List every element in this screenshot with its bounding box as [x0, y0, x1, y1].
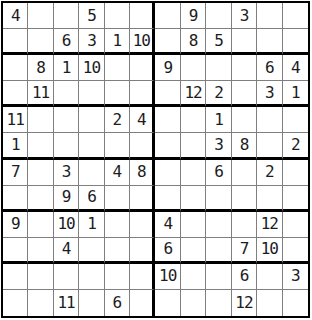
cell-r5c3-empty[interactable]	[54, 107, 79, 133]
cell-r8c4-given[interactable]: 6	[79, 186, 104, 212]
cell-r11c2-empty[interactable]	[28, 264, 53, 290]
cell-r12c5-given[interactable]: 6	[105, 290, 130, 316]
cell-r4c3-empty[interactable]	[54, 81, 79, 107]
cell-r8c12-empty[interactable]	[283, 186, 308, 212]
cell-r3c12-given[interactable]: 4	[283, 55, 308, 81]
cell-r6c8-empty[interactable]	[181, 133, 206, 159]
cell-r8c11-empty[interactable]	[257, 186, 282, 212]
cell-r3c7-given[interactable]: 9	[155, 55, 180, 81]
cell-r4c11-given[interactable]: 3	[257, 81, 282, 107]
cell-r6c4-empty[interactable]	[79, 133, 104, 159]
cell-r7c3-given[interactable]: 3	[54, 160, 79, 186]
cell-r6c9-given[interactable]: 3	[206, 133, 231, 159]
cell-r9c2-empty[interactable]	[28, 212, 53, 238]
cell-r1c9-empty[interactable]	[206, 3, 231, 29]
cell-r9c10-empty[interactable]	[232, 212, 257, 238]
cell-r10c9-empty[interactable]	[206, 238, 231, 264]
cell-r3c6-empty[interactable]	[130, 55, 155, 81]
cell-r6c3-empty[interactable]	[54, 133, 79, 159]
cell-r4c12-given[interactable]: 1	[283, 81, 308, 107]
cell-r6c7-empty[interactable]	[155, 133, 180, 159]
cell-r2c5-given[interactable]: 1	[105, 29, 130, 55]
cell-r10c12-empty[interactable]	[283, 238, 308, 264]
cell-r3c1-empty[interactable]	[3, 55, 28, 81]
cell-r9c7-given[interactable]: 4	[155, 212, 180, 238]
cell-r12c9-empty[interactable]	[206, 290, 231, 316]
cell-r12c7-empty[interactable]	[155, 290, 180, 316]
cell-r2c7-empty[interactable]	[155, 29, 180, 55]
cell-r9c11-given[interactable]: 12	[257, 212, 282, 238]
cell-r5c12-empty[interactable]	[283, 107, 308, 133]
cell-r4c2-given[interactable]: 11	[28, 81, 53, 107]
cell-r10c3-given[interactable]: 4	[54, 238, 79, 264]
cell-r8c8-empty[interactable]	[181, 186, 206, 212]
cell-r11c4-empty[interactable]	[79, 264, 104, 290]
cell-r5c4-empty[interactable]	[79, 107, 104, 133]
cell-r9c8-empty[interactable]	[181, 212, 206, 238]
cell-r12c1-empty[interactable]	[3, 290, 28, 316]
cell-r12c11-empty[interactable]	[257, 290, 282, 316]
cell-r12c3-given[interactable]: 11	[54, 290, 79, 316]
cell-r11c3-empty[interactable]	[54, 264, 79, 290]
cell-r11c1-empty[interactable]	[3, 264, 28, 290]
cell-r11c8-empty[interactable]	[181, 264, 206, 290]
cell-r7c9-given[interactable]: 6	[206, 160, 231, 186]
cell-r10c4-empty[interactable]	[79, 238, 104, 264]
cell-r9c12-empty[interactable]	[283, 212, 308, 238]
cell-r1c2-empty[interactable]	[28, 3, 53, 29]
cell-r7c2-empty[interactable]	[28, 160, 53, 186]
cell-r7c12-empty[interactable]	[283, 160, 308, 186]
cell-r10c1-empty[interactable]	[3, 238, 28, 264]
cell-r3c10-empty[interactable]	[232, 55, 257, 81]
cell-r7c8-empty[interactable]	[181, 160, 206, 186]
cell-r1c7-empty[interactable]	[155, 3, 180, 29]
cell-r5c9-given[interactable]: 1	[206, 107, 231, 133]
cell-r8c10-empty[interactable]	[232, 186, 257, 212]
cell-r4c4-empty[interactable]	[79, 81, 104, 107]
cell-r3c4-given[interactable]: 10	[79, 55, 104, 81]
cell-r9c5-empty[interactable]	[105, 212, 130, 238]
cell-r6c2-empty[interactable]	[28, 133, 53, 159]
cell-r8c2-empty[interactable]	[28, 186, 53, 212]
cell-r5c11-empty[interactable]	[257, 107, 282, 133]
cell-r11c5-empty[interactable]	[105, 264, 130, 290]
cell-r7c4-empty[interactable]	[79, 160, 104, 186]
cell-r11c6-empty[interactable]	[130, 264, 155, 290]
cell-r6c6-empty[interactable]	[130, 133, 155, 159]
cell-r4c6-empty[interactable]	[130, 81, 155, 107]
cell-r2c6-given[interactable]: 10	[130, 29, 155, 55]
cell-r9c3-given[interactable]: 10	[54, 212, 79, 238]
cell-r5c10-empty[interactable]	[232, 107, 257, 133]
cell-r4c9-given[interactable]: 2	[206, 81, 231, 107]
cell-r8c6-empty[interactable]	[130, 186, 155, 212]
cell-r12c12-empty[interactable]	[283, 290, 308, 316]
cell-r2c9-given[interactable]: 5	[206, 29, 231, 55]
cell-r1c3-empty[interactable]	[54, 3, 79, 29]
cell-r3c3-given[interactable]: 1	[54, 55, 79, 81]
cell-r1c8-given[interactable]: 9	[181, 3, 206, 29]
cell-r4c8-given[interactable]: 12	[181, 81, 206, 107]
cell-r12c2-empty[interactable]	[28, 290, 53, 316]
cell-r5c2-empty[interactable]	[28, 107, 53, 133]
cell-r6c12-given[interactable]: 2	[283, 133, 308, 159]
cell-r11c11-empty[interactable]	[257, 264, 282, 290]
cell-r6c5-empty[interactable]	[105, 133, 130, 159]
cell-r7c7-empty[interactable]	[155, 160, 180, 186]
cell-r11c9-empty[interactable]	[206, 264, 231, 290]
cell-r4c10-empty[interactable]	[232, 81, 257, 107]
cell-r2c11-empty[interactable]	[257, 29, 282, 55]
cell-r7c11-given[interactable]: 2	[257, 160, 282, 186]
cell-r8c9-empty[interactable]	[206, 186, 231, 212]
cell-r4c7-empty[interactable]	[155, 81, 180, 107]
cell-r1c12-empty[interactable]	[283, 3, 308, 29]
cell-r2c1-empty[interactable]	[3, 29, 28, 55]
cell-r2c3-given[interactable]: 6	[54, 29, 79, 55]
cell-r10c6-empty[interactable]	[130, 238, 155, 264]
cell-r3c2-given[interactable]: 8	[28, 55, 53, 81]
cell-r1c1-given[interactable]: 4	[3, 3, 28, 29]
cell-r5c5-given[interactable]: 2	[105, 107, 130, 133]
cell-r10c11-given[interactable]: 10	[257, 238, 282, 264]
cell-r6c10-given[interactable]: 8	[232, 133, 257, 159]
cell-r11c7-given[interactable]: 10	[155, 264, 180, 290]
cell-r5c8-empty[interactable]	[181, 107, 206, 133]
cell-r4c1-empty[interactable]	[3, 81, 28, 107]
cell-r1c11-empty[interactable]	[257, 3, 282, 29]
cell-r12c4-empty[interactable]	[79, 290, 104, 316]
cell-r12c6-empty[interactable]	[130, 290, 155, 316]
cell-r6c1-given[interactable]: 1	[3, 133, 28, 159]
cell-r7c10-empty[interactable]	[232, 160, 257, 186]
cell-r9c1-given[interactable]: 9	[3, 212, 28, 238]
cell-r3c9-empty[interactable]	[206, 55, 231, 81]
cell-r11c12-given[interactable]: 3	[283, 264, 308, 290]
cell-r9c6-empty[interactable]	[130, 212, 155, 238]
cell-r12c8-empty[interactable]	[181, 290, 206, 316]
cell-r5c6-given[interactable]: 4	[130, 107, 155, 133]
cell-r5c7-empty[interactable]	[155, 107, 180, 133]
cell-r1c4-given[interactable]: 5	[79, 3, 104, 29]
cell-r8c5-empty[interactable]	[105, 186, 130, 212]
cell-r9c9-empty[interactable]	[206, 212, 231, 238]
cell-r8c7-empty[interactable]	[155, 186, 180, 212]
cell-r10c2-empty[interactable]	[28, 238, 53, 264]
cell-r1c10-given[interactable]: 3	[232, 3, 257, 29]
cell-r5c1-given[interactable]: 11	[3, 107, 28, 133]
cell-r2c4-given[interactable]: 3	[79, 29, 104, 55]
cell-r3c8-empty[interactable]	[181, 55, 206, 81]
cell-r10c5-empty[interactable]	[105, 238, 130, 264]
cell-r10c7-given[interactable]: 6	[155, 238, 180, 264]
cell-r1c6-empty[interactable]	[130, 3, 155, 29]
cell-r3c11-given[interactable]: 6	[257, 55, 282, 81]
cell-r4c5-empty[interactable]	[105, 81, 130, 107]
sudoku-board: 4593631108581109641112231112411382734862…	[1, 1, 310, 318]
cell-r1c5-empty[interactable]	[105, 3, 130, 29]
cell-r12c10-given[interactable]: 12	[232, 290, 257, 316]
cell-r2c8-given[interactable]: 8	[181, 29, 206, 55]
cell-r6c11-empty[interactable]	[257, 133, 282, 159]
cell-r10c10-given[interactable]: 7	[232, 238, 257, 264]
cell-r8c1-empty[interactable]	[3, 186, 28, 212]
cell-r3c5-empty[interactable]	[105, 55, 130, 81]
cell-r10c8-empty[interactable]	[181, 238, 206, 264]
cell-r7c6-given[interactable]: 8	[130, 160, 155, 186]
cell-r8c3-given[interactable]: 9	[54, 186, 79, 212]
cell-r2c2-empty[interactable]	[28, 29, 53, 55]
cell-r7c1-given[interactable]: 7	[3, 160, 28, 186]
cell-r9c4-given[interactable]: 1	[79, 212, 104, 238]
cell-r2c10-empty[interactable]	[232, 29, 257, 55]
cell-r7c5-given[interactable]: 4	[105, 160, 130, 186]
cell-r11c10-given[interactable]: 6	[232, 264, 257, 290]
cell-r2c12-empty[interactable]	[283, 29, 308, 55]
